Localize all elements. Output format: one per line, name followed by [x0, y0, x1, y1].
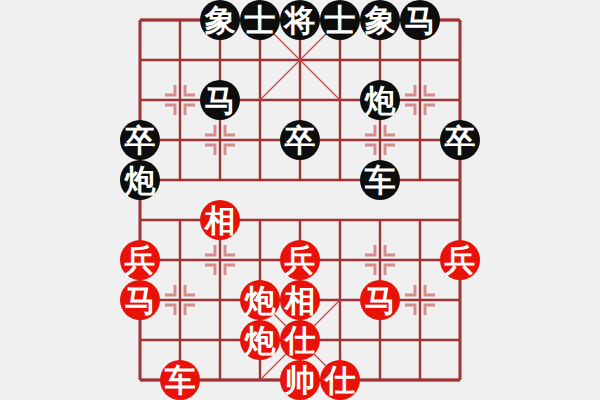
piece-red-horse[interactable]: 马	[360, 280, 400, 320]
piece-black-soldier[interactable]: 卒	[120, 120, 160, 160]
piece-red-advisor[interactable]: 仕	[320, 360, 360, 400]
piece-red-chariot[interactable]: 车	[160, 360, 200, 400]
piece-red-elephant[interactable]: 相	[280, 280, 320, 320]
piece-red-cannon[interactable]: 炮	[240, 320, 280, 360]
piece-black-soldier[interactable]: 卒	[440, 120, 480, 160]
piece-black-advisor[interactable]: 士	[240, 0, 280, 40]
piece-red-horse[interactable]: 马	[120, 280, 160, 320]
page-background: { "game": "xiangqi", "board": { "columns…	[0, 0, 600, 400]
piece-black-cannon[interactable]: 炮	[120, 160, 160, 200]
piece-black-advisor[interactable]: 士	[320, 0, 360, 40]
piece-red-cannon[interactable]: 炮	[240, 280, 280, 320]
piece-red-elephant[interactable]: 相	[200, 200, 240, 240]
piece-black-elephant[interactable]: 象	[360, 0, 400, 40]
piece-red-advisor[interactable]: 仕	[280, 320, 320, 360]
piece-black-horse[interactable]: 马	[400, 0, 440, 40]
piece-black-general[interactable]: 将	[280, 0, 320, 40]
xiangqi-board[interactable]: 象士将士象马马炮卒卒卒炮车相兵兵兵马炮相马炮仕车帅仕	[140, 20, 460, 380]
piece-black-horse[interactable]: 马	[200, 80, 240, 120]
piece-red-soldier[interactable]: 兵	[440, 240, 480, 280]
piece-black-soldier[interactable]: 卒	[280, 120, 320, 160]
piece-red-soldier[interactable]: 兵	[280, 240, 320, 280]
piece-red-soldier[interactable]: 兵	[120, 240, 160, 280]
piece-black-elephant[interactable]: 象	[200, 0, 240, 40]
piece-red-general[interactable]: 帅	[280, 360, 320, 400]
piece-black-chariot[interactable]: 车	[360, 160, 400, 200]
piece-black-cannon[interactable]: 炮	[360, 80, 400, 120]
